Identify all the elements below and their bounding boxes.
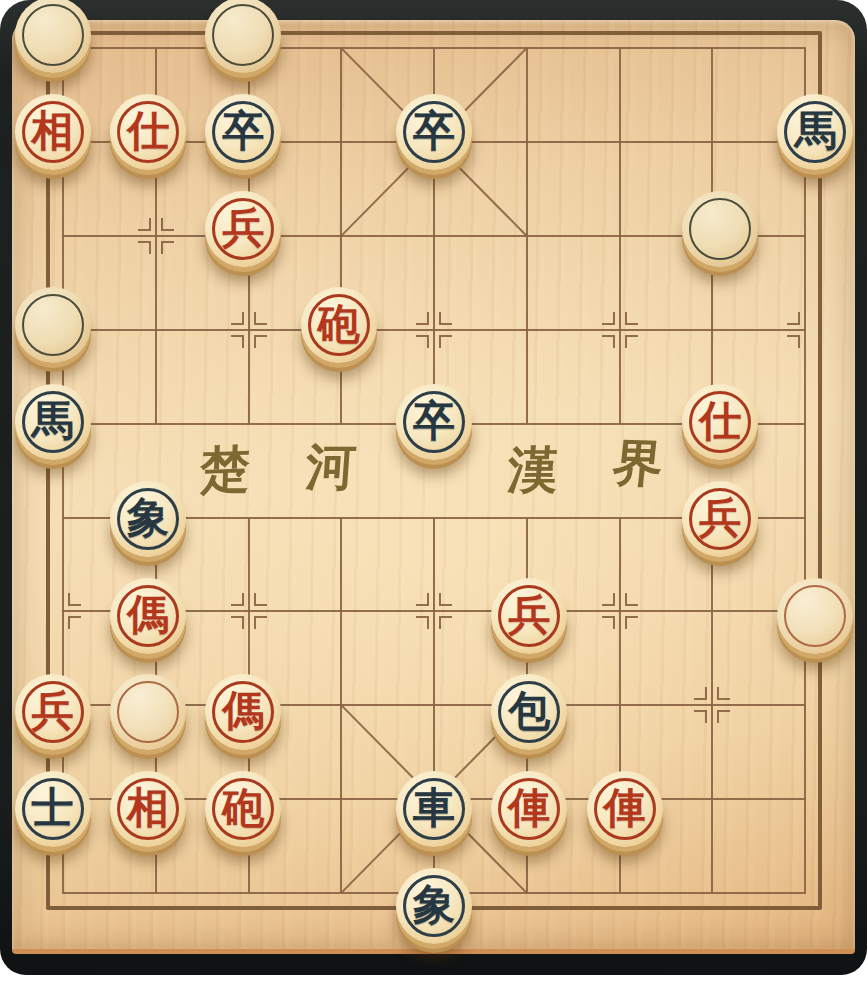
piece-red-horse-c2r7[interactable]: 傌 (110, 578, 186, 654)
position-marker (138, 218, 151, 231)
position-marker (68, 593, 81, 606)
position-marker (231, 335, 244, 348)
piece-black-elephant-c2r6[interactable]: 象 (110, 481, 186, 557)
piece-character: 兵 (205, 191, 281, 267)
board-frame: 楚河漢界相仕卒卒馬兵砲馬卒仕象兵傌兵兵傌包士相砲車俥俥象 (0, 0, 867, 975)
position-marker (602, 335, 615, 348)
piece-character: 兵 (15, 674, 91, 750)
position-marker (416, 593, 429, 606)
piece-red-elephant-c2r9[interactable]: 相 (110, 771, 186, 847)
hidden-piece-black-c1r1[interactable] (15, 0, 91, 73)
river-label-char: 漢 (506, 437, 561, 504)
position-marker (439, 593, 452, 606)
position-marker (625, 335, 638, 348)
piece-character: 俥 (587, 771, 663, 847)
piece-character: 砲 (301, 287, 377, 363)
piece-black-horse-c9r2[interactable]: 馬 (777, 94, 853, 170)
position-marker (602, 593, 615, 606)
piece-ring (117, 681, 179, 743)
position-marker (416, 312, 429, 325)
piece-character: 馬 (15, 384, 91, 460)
position-marker (416, 335, 429, 348)
piece-character: 包 (491, 674, 567, 750)
position-marker (625, 312, 638, 325)
position-marker (787, 312, 800, 325)
piece-red-cannon-c4r4[interactable]: 砲 (301, 287, 377, 363)
piece-character: 馬 (777, 94, 853, 170)
position-marker (694, 710, 707, 723)
grid-line-vertical-top (619, 48, 621, 424)
piece-character: 象 (396, 868, 472, 944)
position-marker (787, 335, 800, 348)
piece-red-advisor-c8r5[interactable]: 仕 (682, 384, 758, 460)
piece-black-horse-c1r5[interactable]: 馬 (15, 384, 91, 460)
position-marker (254, 616, 267, 629)
piece-red-soldier-c3r3[interactable]: 兵 (205, 191, 281, 267)
frame-foot-right (657, 953, 777, 975)
grid-line-vertical-bottom (711, 518, 713, 894)
piece-character: 相 (15, 94, 91, 170)
piece-red-chariot-c7r9[interactable]: 俥 (587, 771, 663, 847)
piece-character: 卒 (205, 94, 281, 170)
piece-character: 俥 (491, 771, 567, 847)
position-marker (138, 241, 151, 254)
position-marker (416, 616, 429, 629)
grid-line-vertical (62, 48, 64, 893)
piece-character: 卒 (396, 384, 472, 460)
piece-black-chariot-c5r9[interactable]: 車 (396, 771, 472, 847)
piece-red-soldier-c6r7[interactable]: 兵 (491, 578, 567, 654)
piece-red-advisor-c2r2[interactable]: 仕 (110, 94, 186, 170)
piece-black-soldier-c3r2[interactable]: 卒 (205, 94, 281, 170)
river-label-char: 河 (304, 434, 359, 501)
piece-black-elephant-c5r10[interactable]: 象 (396, 868, 472, 944)
hidden-piece-red-c9r7[interactable] (777, 578, 853, 654)
position-marker (439, 312, 452, 325)
piece-ring (689, 198, 751, 260)
position-marker (254, 335, 267, 348)
position-marker (717, 687, 730, 700)
piece-red-cannon-c3r9[interactable]: 砲 (205, 771, 281, 847)
piece-ring (22, 4, 84, 66)
river-label-char: 界 (610, 430, 667, 499)
hidden-piece-red-c2r8[interactable] (110, 674, 186, 750)
piece-red-chariot-c6r9[interactable]: 俥 (491, 771, 567, 847)
position-marker (231, 616, 244, 629)
piece-character: 象 (110, 481, 186, 557)
position-marker (717, 710, 730, 723)
position-marker (694, 687, 707, 700)
position-marker (625, 593, 638, 606)
piece-red-horse-c3r8[interactable]: 傌 (205, 674, 281, 750)
piece-black-advisor-c1r9[interactable]: 士 (15, 771, 91, 847)
piece-character: 卒 (396, 94, 472, 170)
hidden-piece-black-c1r4[interactable] (15, 287, 91, 363)
piece-character: 傌 (205, 674, 281, 750)
xiangqi-board[interactable]: 楚河漢界相仕卒卒馬兵砲馬卒仕象兵傌兵兵傌包士相砲車俥俥象 (12, 20, 855, 954)
piece-ring (784, 585, 846, 647)
piece-black-cannon-c6r8[interactable]: 包 (491, 674, 567, 750)
piece-red-soldier-c8r6[interactable]: 兵 (682, 481, 758, 557)
piece-character: 兵 (491, 578, 567, 654)
hidden-piece-black-c3r1[interactable] (205, 0, 281, 73)
piece-character: 兵 (682, 481, 758, 557)
piece-character: 砲 (205, 771, 281, 847)
position-marker (68, 616, 81, 629)
piece-character: 車 (396, 771, 472, 847)
hidden-piece-black-c8r3[interactable] (682, 191, 758, 267)
xiangqi-app: 楚河漢界相仕卒卒馬兵砲馬卒仕象兵傌兵兵傌包士相砲車俥俥象 (0, 0, 867, 986)
piece-red-elephant-c1r2[interactable]: 相 (15, 94, 91, 170)
position-marker (161, 241, 174, 254)
position-marker (602, 616, 615, 629)
position-marker (625, 616, 638, 629)
grid-line-vertical (804, 48, 806, 893)
piece-character: 士 (15, 771, 91, 847)
position-marker (254, 312, 267, 325)
position-marker (254, 593, 267, 606)
position-marker (439, 335, 452, 348)
piece-black-soldier-c5r2[interactable]: 卒 (396, 94, 472, 170)
position-marker (161, 218, 174, 231)
piece-red-soldier-c1r8[interactable]: 兵 (15, 674, 91, 750)
piece-character: 仕 (682, 384, 758, 460)
piece-character: 相 (110, 771, 186, 847)
position-marker (231, 312, 244, 325)
frame-foot-left (90, 953, 210, 975)
piece-ring (212, 4, 274, 66)
river-label-char: 楚 (199, 436, 251, 505)
position-marker (439, 616, 452, 629)
position-marker (602, 312, 615, 325)
piece-character: 傌 (110, 578, 186, 654)
piece-black-soldier-c5r5[interactable]: 卒 (396, 384, 472, 460)
piece-ring (22, 294, 84, 356)
position-marker (231, 593, 244, 606)
piece-character: 仕 (110, 94, 186, 170)
